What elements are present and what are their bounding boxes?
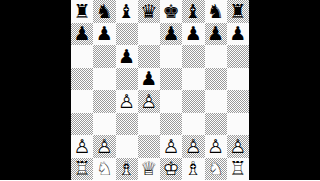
piece-white-pawn: ♟♙	[118, 92, 135, 111]
piece-white-bishop: ♝♗	[185, 159, 202, 178]
piece-white-pawn: ♟♙	[185, 137, 202, 156]
square-f2[interactable]: ♟♙	[182, 135, 204, 158]
square-b5[interactable]	[93, 68, 115, 91]
square-d7[interactable]	[138, 23, 160, 46]
square-f3[interactable]	[182, 113, 204, 136]
square-h4[interactable]	[227, 90, 249, 113]
square-f1[interactable]: ♝♗	[182, 158, 204, 181]
square-b1[interactable]: ♞♘	[93, 158, 115, 181]
piece-white-pawn: ♟♙	[74, 137, 91, 156]
piece-black-pawn: ♟	[163, 24, 180, 43]
square-h7[interactable]: ♟	[227, 23, 249, 46]
square-h6[interactable]	[227, 45, 249, 68]
square-g4[interactable]	[205, 90, 227, 113]
square-d4[interactable]: ♟♙	[138, 90, 160, 113]
piece-black-pawn: ♟	[185, 24, 202, 43]
square-f5[interactable]	[182, 68, 204, 91]
square-g3[interactable]	[205, 113, 227, 136]
piece-black-pawn: ♟	[118, 47, 135, 66]
square-h5[interactable]	[227, 68, 249, 91]
piece-white-pawn: ♟♙	[163, 137, 180, 156]
piece-black-bishop: ♝	[118, 2, 135, 21]
square-e3[interactable]	[160, 113, 182, 136]
square-a2[interactable]: ♟♙	[71, 135, 93, 158]
square-e6[interactable]	[160, 45, 182, 68]
piece-black-pawn: ♟	[140, 69, 157, 88]
square-c1[interactable]: ♝♗	[116, 158, 138, 181]
square-a1[interactable]: ♜♖	[71, 158, 93, 181]
square-c6[interactable]: ♟	[116, 45, 138, 68]
piece-white-pawn: ♟♙	[229, 137, 246, 156]
square-c5[interactable]	[116, 68, 138, 91]
video-frame: ♜♞♝♛♚♝♞♜♟♟♟♟♟♟♟♟♟♙♟♙♟♙♟♙♟♙♟♙♟♙♟♙♜♖♞♘♝♗♛♕…	[0, 0, 320, 180]
piece-white-pawn: ♟♙	[96, 137, 113, 156]
square-f7[interactable]: ♟	[182, 23, 204, 46]
square-d6[interactable]	[138, 45, 160, 68]
piece-black-knight: ♞	[96, 2, 113, 21]
square-a3[interactable]	[71, 113, 93, 136]
square-g6[interactable]	[205, 45, 227, 68]
square-g2[interactable]: ♟♙	[205, 135, 227, 158]
square-h2[interactable]: ♟♙	[227, 135, 249, 158]
square-f4[interactable]	[182, 90, 204, 113]
square-c4[interactable]: ♟♙	[116, 90, 138, 113]
square-g1[interactable]: ♞♘	[205, 158, 227, 181]
square-d5[interactable]: ♟	[138, 68, 160, 91]
square-g8[interactable]: ♞	[205, 0, 227, 23]
piece-white-king: ♚♔	[163, 159, 180, 178]
square-e4[interactable]	[160, 90, 182, 113]
square-b8[interactable]: ♞	[93, 0, 115, 23]
square-c8[interactable]: ♝	[116, 0, 138, 23]
piece-white-knight: ♞♘	[207, 159, 224, 178]
square-h8[interactable]: ♜	[227, 0, 249, 23]
square-b4[interactable]	[93, 90, 115, 113]
square-a5[interactable]	[71, 68, 93, 91]
chess-board: ♜♞♝♛♚♝♞♜♟♟♟♟♟♟♟♟♟♙♟♙♟♙♟♙♟♙♟♙♟♙♟♙♜♖♞♘♝♗♛♕…	[71, 0, 249, 180]
piece-black-pawn: ♟	[229, 24, 246, 43]
square-b2[interactable]: ♟♙	[93, 135, 115, 158]
square-e2[interactable]: ♟♙	[160, 135, 182, 158]
square-a6[interactable]	[71, 45, 93, 68]
square-e1[interactable]: ♚♔	[160, 158, 182, 181]
square-d2[interactable]	[138, 135, 160, 158]
piece-white-pawn: ♟♙	[140, 92, 157, 111]
square-f6[interactable]	[182, 45, 204, 68]
square-a7[interactable]: ♟	[71, 23, 93, 46]
square-g5[interactable]	[205, 68, 227, 91]
piece-white-knight: ♞♘	[96, 159, 113, 178]
piece-white-rook: ♜♖	[229, 159, 246, 178]
square-g7[interactable]: ♟	[205, 23, 227, 46]
piece-white-rook: ♜♖	[74, 159, 91, 178]
piece-black-pawn: ♟	[74, 24, 91, 43]
piece-white-queen: ♛♕	[140, 159, 157, 178]
square-c3[interactable]	[116, 113, 138, 136]
square-e8[interactable]: ♚	[160, 0, 182, 23]
square-b6[interactable]	[93, 45, 115, 68]
square-h1[interactable]: ♜♖	[227, 158, 249, 181]
square-a8[interactable]: ♜	[71, 0, 93, 23]
piece-black-queen: ♛	[140, 2, 157, 21]
piece-black-bishop: ♝	[185, 2, 202, 21]
square-d1[interactable]: ♛♕	[138, 158, 160, 181]
piece-black-rook: ♜	[229, 2, 246, 21]
square-b7[interactable]: ♟	[93, 23, 115, 46]
square-f8[interactable]: ♝	[182, 0, 204, 23]
piece-black-knight: ♞	[207, 2, 224, 21]
square-h3[interactable]	[227, 113, 249, 136]
square-e5[interactable]	[160, 68, 182, 91]
square-e7[interactable]: ♟	[160, 23, 182, 46]
square-d8[interactable]: ♛	[138, 0, 160, 23]
square-c7[interactable]	[116, 23, 138, 46]
piece-black-king: ♚	[163, 2, 180, 21]
square-c2[interactable]	[116, 135, 138, 158]
piece-black-pawn: ♟	[96, 24, 113, 43]
square-b3[interactable]	[93, 113, 115, 136]
piece-black-rook: ♜	[74, 2, 91, 21]
piece-white-pawn: ♟♙	[207, 137, 224, 156]
square-d3[interactable]	[138, 113, 160, 136]
piece-white-bishop: ♝♗	[118, 159, 135, 178]
square-a4[interactable]	[71, 90, 93, 113]
piece-black-pawn: ♟	[207, 24, 224, 43]
